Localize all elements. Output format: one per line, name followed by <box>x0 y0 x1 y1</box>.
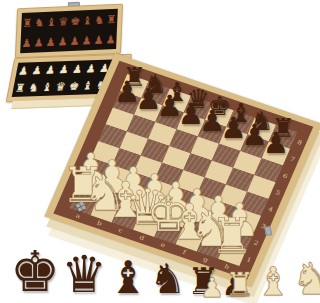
boxed-piece-p: ♟ <box>105 33 115 44</box>
box-lid: ♜♞♝♛♚♝♞♜♟♟♟♟♟♟♟♟ <box>15 4 123 59</box>
boxed-piece-p: ♟ <box>57 36 67 47</box>
boxed-piece-n: ♞ <box>34 17 44 28</box>
boxed-piece-q: ♛ <box>55 81 67 92</box>
lid-row-2: ♟♟♟♟♟♟♟♟ <box>20 33 116 48</box>
boxed-piece-b: ♝ <box>82 14 92 25</box>
dark-lineup-n: ♞ <box>149 259 186 300</box>
dark-lineup-k: ♚ <box>10 244 60 300</box>
boxed-piece-b: ♝ <box>41 82 53 93</box>
boxed-piece-q: ♛ <box>58 16 68 27</box>
boxed-piece-p: ♟ <box>81 35 91 46</box>
dark-lineup-b: ♝ <box>108 255 148 300</box>
boxed-piece-p: ♟ <box>58 64 70 75</box>
boxed-piece-p: ♟ <box>71 63 83 74</box>
boxed-piece-b: ♝ <box>82 80 94 91</box>
boxed-piece-k: ♚ <box>68 81 80 92</box>
boxed-piece-r: ♜ <box>106 13 116 24</box>
boxed-piece-p: ♟ <box>33 37 43 48</box>
boxed-piece-n: ♞ <box>94 14 104 25</box>
boxed-piece-k: ♚ <box>70 15 80 26</box>
chess-set-product-photo[interactable]: ♜♞♝♛♚♝♞♜♟♟♟♟♟♟♟♟ ♟♟♟♟♟♟♟♟♜♞♝♛♚♝♞♜ abcdef… <box>0 0 320 303</box>
lid-row-1: ♜♞♝♛♚♝♞♜ <box>21 13 117 28</box>
boxed-piece-p: ♟ <box>85 63 97 74</box>
boxed-piece-p: ♟ <box>31 65 43 76</box>
boxed-piece-p: ♟ <box>69 35 79 46</box>
box-lid-interior: ♜♞♝♛♚♝♞♜♟♟♟♟♟♟♟♟ <box>20 9 118 53</box>
boxed-piece-p: ♟ <box>17 65 29 76</box>
light-lineup-b: ♝ <box>256 262 291 301</box>
boxed-piece-p: ♟ <box>93 34 103 45</box>
boxed-piece-p: ♟ <box>21 37 31 48</box>
boxed-piece-p: ♟ <box>44 64 56 75</box>
light-lineup-p: ♟ <box>200 274 224 301</box>
light-pieces-lineup: ♟♜♝♞♛♚ <box>200 243 320 301</box>
light-lineup-r: ♜ <box>225 268 255 301</box>
boxed-piece-r: ♜ <box>22 17 32 28</box>
boxed-piece-p: ♟ <box>45 36 55 47</box>
boxed-piece-b: ♝ <box>46 16 56 27</box>
light-lineup-n: ♞ <box>292 257 320 301</box>
dark-lineup-q: ♛ <box>61 249 107 300</box>
boxed-piece-n: ♞ <box>28 82 40 93</box>
hinge-icon <box>264 226 272 235</box>
boxed-piece-r: ♜ <box>14 82 26 93</box>
